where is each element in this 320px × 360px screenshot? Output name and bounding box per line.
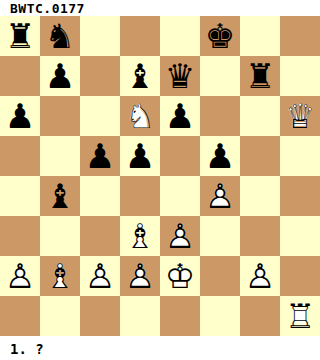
square-g4[interactable]	[240, 176, 280, 216]
square-b8[interactable]: ♞	[40, 16, 80, 56]
white-piece-outline: ♖	[280, 296, 320, 336]
square-c8[interactable]	[80, 16, 120, 56]
piece-white-bishop[interactable]: ♝♗	[120, 216, 160, 256]
square-f2[interactable]	[200, 256, 240, 296]
piece-white-pawn[interactable]: ♟♙	[0, 256, 40, 296]
square-c7[interactable]	[80, 56, 120, 96]
square-c6[interactable]	[80, 96, 120, 136]
square-e2[interactable]: ♚♔	[160, 256, 200, 296]
black-piece-glyph: ♚	[200, 16, 240, 56]
square-h6[interactable]: ♛♕	[280, 96, 320, 136]
white-piece-outline: ♗	[40, 256, 80, 296]
black-piece-glyph: ♟	[120, 136, 160, 176]
square-f3[interactable]	[200, 216, 240, 256]
piece-black-pawn[interactable]: ♟	[200, 136, 240, 176]
square-d6[interactable]: ♞♘	[120, 96, 160, 136]
square-b2[interactable]: ♝♗	[40, 256, 80, 296]
square-d4[interactable]	[120, 176, 160, 216]
square-h2[interactable]	[280, 256, 320, 296]
piece-white-queen[interactable]: ♛♕	[280, 96, 320, 136]
square-g7[interactable]: ♜	[240, 56, 280, 96]
square-b5[interactable]	[40, 136, 80, 176]
black-piece-glyph: ♟	[80, 136, 120, 176]
square-b7[interactable]: ♟	[40, 56, 80, 96]
piece-black-bishop[interactable]: ♝	[40, 176, 80, 216]
square-e1[interactable]	[160, 296, 200, 336]
chess-puzzle-window: BWTC.0177 ♜♞♚♟♝♛♜♟♞♘♟♛♕♟♟♟♝♟♙♝♗♟♙♟♙♝♗♟♙♟…	[0, 0, 320, 360]
move-prompt: 1. ?	[10, 341, 44, 357]
piece-black-king[interactable]: ♚	[200, 16, 240, 56]
black-piece-glyph: ♟	[40, 56, 80, 96]
square-h5[interactable]	[280, 136, 320, 176]
white-piece-outline: ♙	[80, 256, 120, 296]
piece-black-pawn[interactable]: ♟	[120, 136, 160, 176]
square-c5[interactable]: ♟	[80, 136, 120, 176]
chess-board: ♜♞♚♟♝♛♜♟♞♘♟♛♕♟♟♟♝♟♙♝♗♟♙♟♙♝♗♟♙♟♙♚♔♟♙♜♖	[0, 16, 320, 336]
piece-black-queen[interactable]: ♛	[160, 56, 200, 96]
square-g1[interactable]	[240, 296, 280, 336]
square-f6[interactable]	[200, 96, 240, 136]
square-c1[interactable]	[80, 296, 120, 336]
square-h3[interactable]	[280, 216, 320, 256]
square-d8[interactable]	[120, 16, 160, 56]
square-a3[interactable]	[0, 216, 40, 256]
square-e8[interactable]	[160, 16, 200, 56]
square-b1[interactable]	[40, 296, 80, 336]
square-g8[interactable]	[240, 16, 280, 56]
piece-black-pawn[interactable]: ♟	[40, 56, 80, 96]
black-piece-glyph: ♝	[120, 56, 160, 96]
square-a6[interactable]: ♟	[0, 96, 40, 136]
piece-white-king[interactable]: ♚♔	[160, 256, 200, 296]
piece-black-knight[interactable]: ♞	[40, 16, 80, 56]
square-c4[interactable]	[80, 176, 120, 216]
white-piece-outline: ♙	[120, 256, 160, 296]
black-piece-glyph: ♝	[40, 176, 80, 216]
square-c3[interactable]	[80, 216, 120, 256]
square-f7[interactable]	[200, 56, 240, 96]
square-a1[interactable]	[0, 296, 40, 336]
square-f8[interactable]: ♚	[200, 16, 240, 56]
white-piece-outline: ♔	[160, 256, 200, 296]
white-piece-outline: ♙	[240, 256, 280, 296]
square-a2[interactable]: ♟♙	[0, 256, 40, 296]
black-piece-glyph: ♞	[40, 16, 80, 56]
white-piece-outline: ♗	[120, 216, 160, 256]
puzzle-id: BWTC.0177	[10, 1, 85, 16]
square-g5[interactable]	[240, 136, 280, 176]
piece-white-pawn[interactable]: ♟♙	[80, 256, 120, 296]
square-d2[interactable]: ♟♙	[120, 256, 160, 296]
square-h1[interactable]: ♜♖	[280, 296, 320, 336]
square-d7[interactable]: ♝	[120, 56, 160, 96]
black-piece-glyph: ♟	[200, 136, 240, 176]
square-b4[interactable]: ♝	[40, 176, 80, 216]
square-e3[interactable]: ♟♙	[160, 216, 200, 256]
square-f1[interactable]	[200, 296, 240, 336]
square-a7[interactable]	[0, 56, 40, 96]
square-e7[interactable]: ♛	[160, 56, 200, 96]
piece-black-pawn[interactable]: ♟	[0, 96, 40, 136]
black-piece-glyph: ♟	[0, 96, 40, 136]
piece-black-rook[interactable]: ♜	[240, 56, 280, 96]
piece-black-pawn[interactable]: ♟	[80, 136, 120, 176]
piece-white-rook[interactable]: ♜♖	[280, 296, 320, 336]
square-g3[interactable]	[240, 216, 280, 256]
black-piece-glyph: ♜	[240, 56, 280, 96]
black-piece-glyph: ♟	[160, 96, 200, 136]
black-piece-glyph: ♛	[160, 56, 200, 96]
piece-white-bishop[interactable]: ♝♗	[40, 256, 80, 296]
black-piece-glyph: ♜	[0, 16, 40, 56]
square-d5[interactable]: ♟	[120, 136, 160, 176]
white-piece-outline: ♙	[160, 216, 200, 256]
white-piece-outline: ♘	[120, 96, 160, 136]
white-piece-outline: ♕	[280, 96, 320, 136]
square-g2[interactable]: ♟♙	[240, 256, 280, 296]
square-h8[interactable]	[280, 16, 320, 56]
piece-white-pawn[interactable]: ♟♙	[160, 216, 200, 256]
piece-black-pawn[interactable]: ♟	[160, 96, 200, 136]
piece-white-pawn[interactable]: ♟♙	[120, 256, 160, 296]
piece-black-rook[interactable]: ♜	[0, 16, 40, 56]
piece-black-bishop[interactable]: ♝	[120, 56, 160, 96]
square-b3[interactable]	[40, 216, 80, 256]
square-e6[interactable]: ♟	[160, 96, 200, 136]
square-h4[interactable]	[280, 176, 320, 216]
piece-white-knight[interactable]: ♞♘	[120, 96, 160, 136]
square-f5[interactable]: ♟	[200, 136, 240, 176]
square-e5[interactable]	[160, 136, 200, 176]
square-a5[interactable]	[0, 136, 40, 176]
square-f4[interactable]: ♟♙	[200, 176, 240, 216]
square-b6[interactable]	[40, 96, 80, 136]
square-h7[interactable]	[280, 56, 320, 96]
white-piece-outline: ♙	[200, 176, 240, 216]
square-d3[interactable]: ♝♗	[120, 216, 160, 256]
square-a4[interactable]	[0, 176, 40, 216]
square-d1[interactable]	[120, 296, 160, 336]
piece-white-pawn[interactable]: ♟♙	[240, 256, 280, 296]
square-e4[interactable]	[160, 176, 200, 216]
square-a8[interactable]: ♜	[0, 16, 40, 56]
square-c2[interactable]: ♟♙	[80, 256, 120, 296]
piece-white-pawn[interactable]: ♟♙	[200, 176, 240, 216]
square-g6[interactable]	[240, 96, 280, 136]
white-piece-outline: ♙	[0, 256, 40, 296]
